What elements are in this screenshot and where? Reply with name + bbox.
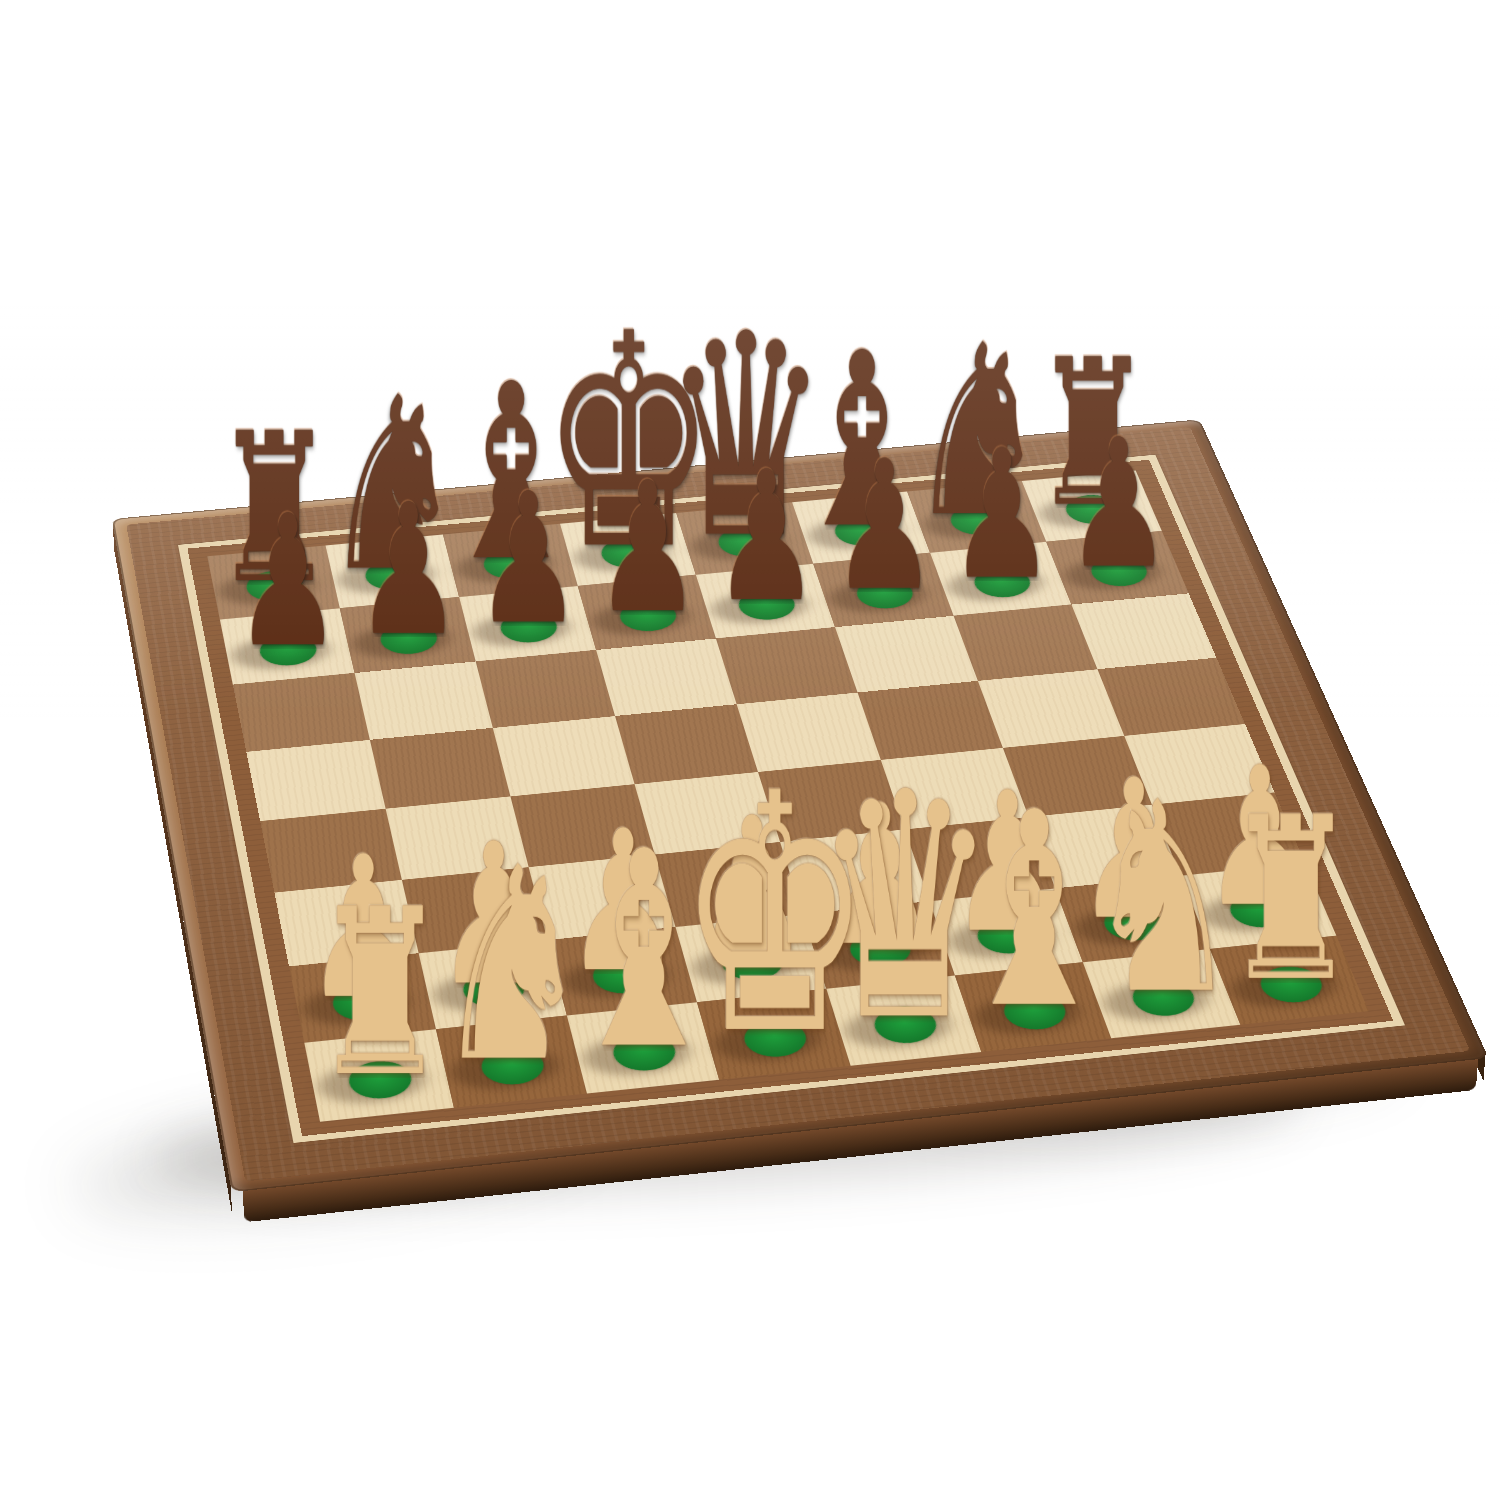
- square-a6: [233, 673, 370, 752]
- square-g6: [954, 605, 1098, 681]
- board-walnut-frame: ♜♞♝♚♛♝♞♜♟♟♟♟♟♟♟♟♟♟♟♟♟♟♟♟♜♞♝♚♛♝♞♜: [126, 427, 1470, 1181]
- square-d6: [596, 639, 737, 717]
- board-bevel-rim: ♜♞♝♚♛♝♞♜♟♟♟♟♟♟♟♟♟♟♟♟♟♟♟♟♜♞♝♚♛♝♞♜: [112, 419, 1489, 1192]
- square-h5: [1097, 658, 1245, 736]
- product-photo-scene: ♜♞♝♚♛♝♞♜♟♟♟♟♟♟♟♟♟♟♟♟♟♟♟♟♜♞♝♚♛♝♞♜: [0, 0, 1500, 1500]
- square-c6: [476, 650, 615, 728]
- board-top-face: ♜♞♝♚♛♝♞♜♟♟♟♟♟♟♟♟♟♟♟♟♟♟♟♟♜♞♝♚♛♝♞♜: [112, 419, 1489, 1192]
- square-a1: ♜: [304, 1029, 454, 1122]
- maple-pinstripe-inlay: ♜♞♝♚♛♝♞♜♟♟♟♟♟♟♟♟♟♟♟♟♟♟♟♟♜♞♝♚♛♝♞♜: [178, 455, 1405, 1143]
- piece-white-rook: ♜: [259, 878, 499, 1108]
- square-a5: [246, 740, 385, 821]
- square-e6: [716, 627, 858, 704]
- square-b5: [370, 728, 511, 809]
- square-c5: [493, 716, 635, 796]
- frame-inner-margin: ♜♞♝♚♛♝♞♜♟♟♟♟♟♟♟♟♟♟♟♟♟♟♟♟♜♞♝♚♛♝♞♜: [187, 460, 1393, 1136]
- piece-black-pawn: ♟: [178, 491, 396, 672]
- square-a7: ♟: [220, 608, 355, 684]
- square-b6: [355, 661, 493, 739]
- square-h6: [1071, 593, 1216, 669]
- square-f6: [835, 616, 978, 693]
- playing-field: ♜♞♝♚♛♝♞♜♟♟♟♟♟♟♟♟♟♟♟♟♟♟♟♟♜♞♝♚♛♝♞♜: [207, 470, 1369, 1121]
